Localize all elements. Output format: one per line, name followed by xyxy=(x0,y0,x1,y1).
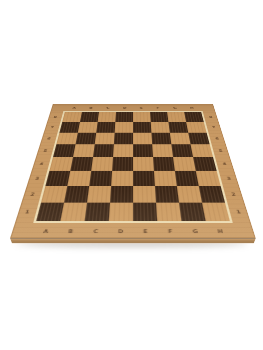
square-g1 xyxy=(179,203,206,221)
rank-label-left-6: 6 xyxy=(41,136,56,141)
square-g6 xyxy=(170,133,191,145)
file-label-near-f: F xyxy=(158,226,184,234)
file-label-far-e: E xyxy=(133,106,150,110)
square-h6 xyxy=(188,133,209,145)
rank-label-right-1: 1 xyxy=(229,208,249,215)
square-d8 xyxy=(115,112,133,122)
square-a5 xyxy=(53,144,76,157)
rank-label-left-3: 3 xyxy=(28,175,46,181)
square-e6 xyxy=(133,133,152,145)
file-label-near-b: B xyxy=(58,226,84,234)
product-photo: AABBCCDDEEFFGGHH1122334455667788 xyxy=(0,0,263,350)
file-label-far-h: H xyxy=(183,106,201,110)
square-h3 xyxy=(196,171,221,186)
square-d5 xyxy=(113,144,133,157)
square-c3 xyxy=(89,171,112,186)
file-label-near-h: H xyxy=(207,226,234,234)
square-h2 xyxy=(199,186,225,203)
square-c2 xyxy=(87,186,111,203)
square-b7 xyxy=(78,122,98,133)
rank-label-left-5: 5 xyxy=(37,148,53,153)
rank-label-right-4: 4 xyxy=(216,161,233,167)
square-f2 xyxy=(155,186,179,203)
rank-label-right-8: 8 xyxy=(204,115,218,119)
square-d7 xyxy=(115,122,133,133)
square-h5 xyxy=(190,144,213,157)
square-d4 xyxy=(112,157,133,171)
file-label-near-g: G xyxy=(182,226,208,234)
square-e4 xyxy=(133,157,154,171)
square-b5 xyxy=(73,144,95,157)
square-f8 xyxy=(150,112,168,122)
rank-label-left-4: 4 xyxy=(33,161,50,167)
rank-label-right-6: 6 xyxy=(209,136,224,141)
square-b6 xyxy=(76,133,97,145)
square-g2 xyxy=(177,186,202,203)
square-g4 xyxy=(173,157,196,171)
square-a7 xyxy=(59,122,80,133)
square-g3 xyxy=(175,171,199,186)
chess-board: AABBCCDDEEFFGGHH1122334455667788 xyxy=(10,104,256,238)
square-e5 xyxy=(133,144,153,157)
board-front-edge xyxy=(10,238,256,243)
square-b2 xyxy=(64,186,89,203)
square-b3 xyxy=(67,171,91,186)
rank-label-left-7: 7 xyxy=(45,125,60,129)
file-label-far-a: A xyxy=(66,106,84,110)
square-e2 xyxy=(133,186,156,203)
file-label-near-e: E xyxy=(133,226,158,234)
rank-label-right-5: 5 xyxy=(213,148,229,153)
square-c7 xyxy=(96,122,115,133)
square-d3 xyxy=(111,171,133,186)
file-label-far-c: C xyxy=(99,106,116,110)
square-a4 xyxy=(49,157,73,171)
square-c4 xyxy=(91,157,113,171)
square-f1 xyxy=(156,203,181,221)
file-label-far-f: F xyxy=(150,106,167,110)
square-f5 xyxy=(152,144,173,157)
square-e7 xyxy=(133,122,151,133)
square-b1 xyxy=(60,203,87,221)
square-f7 xyxy=(151,122,170,133)
file-label-near-a: A xyxy=(33,226,60,234)
square-c5 xyxy=(93,144,114,157)
file-label-far-b: B xyxy=(82,106,99,110)
square-f6 xyxy=(151,133,171,145)
square-a8 xyxy=(62,112,82,122)
square-c1 xyxy=(85,203,110,221)
square-a1 xyxy=(36,203,64,221)
playing-area xyxy=(33,111,233,223)
square-d1 xyxy=(109,203,133,221)
square-d6 xyxy=(114,133,133,145)
file-label-near-c: C xyxy=(83,226,109,234)
rank-label-left-2: 2 xyxy=(23,191,42,198)
square-d2 xyxy=(110,186,133,203)
square-a6 xyxy=(56,133,77,145)
square-h8 xyxy=(184,112,204,122)
square-g7 xyxy=(168,122,188,133)
board-surface: AABBCCDDEEFFGGHH1122334455667788 xyxy=(10,104,256,238)
square-h1 xyxy=(202,203,230,221)
square-f4 xyxy=(153,157,175,171)
square-b4 xyxy=(70,157,93,171)
square-b8 xyxy=(80,112,99,122)
rank-label-right-2: 2 xyxy=(224,191,243,198)
rank-label-left-1: 1 xyxy=(17,208,37,215)
file-label-near-d: D xyxy=(108,226,133,234)
rank-label-left-8: 8 xyxy=(48,115,62,119)
file-label-far-d: D xyxy=(116,106,133,110)
square-c8 xyxy=(98,112,116,122)
square-e3 xyxy=(133,171,155,186)
square-e8 xyxy=(133,112,151,122)
square-h7 xyxy=(186,122,207,133)
square-g8 xyxy=(167,112,186,122)
square-c6 xyxy=(95,133,115,145)
square-a2 xyxy=(41,186,67,203)
square-e1 xyxy=(133,203,157,221)
square-h4 xyxy=(193,157,217,171)
square-f3 xyxy=(154,171,177,186)
square-a3 xyxy=(45,171,70,186)
square-g5 xyxy=(171,144,193,157)
file-label-far-g: G xyxy=(166,106,183,110)
rank-label-right-7: 7 xyxy=(206,125,221,129)
rank-label-right-3: 3 xyxy=(220,175,238,181)
